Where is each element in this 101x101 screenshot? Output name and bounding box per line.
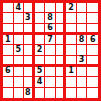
cell-r5c1[interactable] <box>3 45 14 55</box>
cell-r5c5[interactable] <box>45 45 56 55</box>
cell-r7c2[interactable] <box>14 67 25 77</box>
cell-r8c3[interactable] <box>24 77 35 87</box>
cell-r2c2[interactable] <box>14 13 25 23</box>
cell-r4c7[interactable] <box>66 35 77 45</box>
cell-r6c8[interactable]: 3 <box>77 56 88 67</box>
cell-r7c3[interactable] <box>24 67 35 77</box>
cell-r7c8[interactable] <box>77 67 88 77</box>
cell-r1c3[interactable] <box>24 3 35 13</box>
cell-r8c6[interactable] <box>56 77 67 87</box>
cell-r9c2[interactable] <box>14 88 25 98</box>
cell-r1c7[interactable]: 2 <box>66 3 77 13</box>
cell-r3c8[interactable] <box>77 24 88 35</box>
cell-r8c9[interactable] <box>87 77 98 87</box>
cell-r9c5[interactable] <box>45 88 56 98</box>
cell-r1c4[interactable] <box>35 3 46 13</box>
cell-r9c8[interactable] <box>77 88 88 98</box>
cell-r4c9[interactable]: 6 <box>87 35 98 45</box>
cell-r7c5[interactable] <box>45 67 56 77</box>
cell-r3c4[interactable] <box>35 24 46 35</box>
cell-r8c8[interactable] <box>77 77 88 87</box>
cell-r6c6[interactable] <box>56 56 67 67</box>
cell-r3c7[interactable] <box>66 24 77 35</box>
cell-r7c4[interactable]: 5 <box>35 67 46 77</box>
cell-r5c4[interactable]: 2 <box>35 45 46 55</box>
cell-r7c9[interactable] <box>87 67 98 77</box>
cell-r9c4[interactable] <box>35 88 46 98</box>
cell-r4c2[interactable] <box>14 35 25 45</box>
cell-r9c9[interactable] <box>87 88 98 98</box>
cell-r9c7[interactable] <box>66 88 77 98</box>
cell-r1c1[interactable] <box>3 3 14 13</box>
sudoku-board: 42386178652365148 <box>0 0 101 101</box>
cell-r4c8[interactable]: 8 <box>77 35 88 45</box>
cell-r6c2[interactable] <box>14 56 25 67</box>
cell-r9c6[interactable] <box>56 88 67 98</box>
cell-r2c1[interactable] <box>3 13 14 23</box>
cell-r2c7[interactable] <box>66 13 77 23</box>
cell-r5c7[interactable] <box>66 45 77 55</box>
cell-r1c6[interactable] <box>56 3 67 13</box>
cell-r9c1[interactable] <box>3 88 14 98</box>
cell-r4c5[interactable]: 7 <box>45 35 56 45</box>
cell-r9c3[interactable]: 8 <box>24 88 35 98</box>
cell-r8c4[interactable]: 4 <box>35 77 46 87</box>
cell-r1c9[interactable] <box>87 3 98 13</box>
cell-r2c3[interactable]: 3 <box>24 13 35 23</box>
cell-r7c6[interactable] <box>56 67 67 77</box>
cell-r4c4[interactable] <box>35 35 46 45</box>
cell-r5c3[interactable] <box>24 45 35 55</box>
cell-r2c6[interactable] <box>56 13 67 23</box>
cell-r5c9[interactable] <box>87 45 98 55</box>
cell-r5c6[interactable] <box>56 45 67 55</box>
cell-r3c5[interactable]: 6 <box>45 24 56 35</box>
cell-r1c5[interactable] <box>45 3 56 13</box>
cell-r6c9[interactable] <box>87 56 98 67</box>
cell-r8c7[interactable] <box>66 77 77 87</box>
cell-r1c8[interactable] <box>77 3 88 13</box>
cell-r4c1[interactable]: 1 <box>3 35 14 45</box>
cell-r3c1[interactable] <box>3 24 14 35</box>
cell-r2c9[interactable] <box>87 13 98 23</box>
cell-r3c9[interactable] <box>87 24 98 35</box>
cell-r2c8[interactable] <box>77 13 88 23</box>
cell-r6c3[interactable] <box>24 56 35 67</box>
cell-r5c2[interactable]: 5 <box>14 45 25 55</box>
cell-r1c2[interactable]: 4 <box>14 3 25 13</box>
cell-r4c6[interactable] <box>56 35 67 45</box>
cell-r3c2[interactable] <box>14 24 25 35</box>
cell-r4c3[interactable] <box>24 35 35 45</box>
cell-r6c5[interactable] <box>45 56 56 67</box>
cell-r7c7[interactable]: 1 <box>66 67 77 77</box>
cell-r2c4[interactable] <box>35 13 46 23</box>
cell-r7c1[interactable]: 6 <box>3 67 14 77</box>
cell-r8c5[interactable] <box>45 77 56 87</box>
cell-r6c4[interactable] <box>35 56 46 67</box>
cell-r3c3[interactable] <box>24 24 35 35</box>
cell-r6c7[interactable] <box>66 56 77 67</box>
cell-r3c6[interactable] <box>56 24 67 35</box>
cell-r6c1[interactable] <box>3 56 14 67</box>
cell-r8c1[interactable] <box>3 77 14 87</box>
cell-r8c2[interactable] <box>14 77 25 87</box>
